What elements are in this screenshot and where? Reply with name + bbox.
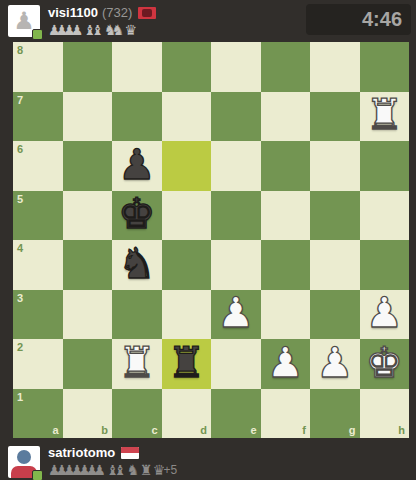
square-g5[interactable]: [310, 191, 360, 241]
top-player-flag-icon: [138, 7, 156, 19]
white-pawn-h3[interactable]: ♟: [365, 292, 403, 334]
square-a8[interactable]: 8: [13, 42, 63, 92]
square-g1[interactable]: g: [310, 389, 360, 439]
captured-queen-group: ♛: [125, 23, 129, 37]
square-e8[interactable]: [211, 42, 261, 92]
square-d7[interactable]: [162, 92, 212, 142]
rank-label-5: 5: [17, 194, 23, 205]
square-g4[interactable]: [310, 240, 360, 290]
square-b4[interactable]: [63, 240, 113, 290]
captured-bishop-group: ♝♝: [84, 23, 96, 37]
white-pawn-f2[interactable]: ♟: [266, 342, 304, 384]
online-badge: [32, 470, 43, 480]
square-d6[interactable]: [162, 141, 212, 191]
square-c8[interactable]: [112, 42, 162, 92]
square-d3[interactable]: [162, 290, 212, 340]
square-g3[interactable]: [310, 290, 360, 340]
square-f5[interactable]: [261, 191, 311, 241]
top-player-rating: (732): [102, 5, 132, 20]
square-d8[interactable]: [162, 42, 212, 92]
bottom-player-bar: satriotomo ♟♟♟♟♟♟♟ ♝♝ ♞ ♜ ♛ +5 ⊖ 0:00: [0, 438, 416, 480]
file-label-h: h: [398, 425, 405, 436]
top-player-avatar[interactable]: ♟: [8, 5, 40, 37]
rank-label-1: 1: [17, 392, 23, 403]
square-b3[interactable]: [63, 290, 113, 340]
rank-label-7: 7: [17, 95, 23, 106]
square-f3[interactable]: [261, 290, 311, 340]
square-e7[interactable]: [211, 92, 261, 142]
white-pawn-g2[interactable]: ♟: [316, 342, 354, 384]
square-d4[interactable]: [162, 240, 212, 290]
square-a1[interactable]: 1a: [13, 389, 63, 439]
top-clock: 4:46: [306, 4, 411, 35]
square-a4[interactable]: 4: [13, 240, 63, 290]
black-king-c5[interactable]: ♚: [118, 193, 156, 235]
rank-label-8: 8: [17, 45, 23, 56]
square-b5[interactable]: [63, 191, 113, 241]
square-e5[interactable]: [211, 191, 261, 241]
top-player-name[interactable]: visi1100: [48, 5, 98, 20]
square-b8[interactable]: [63, 42, 113, 92]
square-f6[interactable]: [261, 141, 311, 191]
square-e6[interactable]: [211, 141, 261, 191]
bottom-captured-pieces: ♟♟♟♟♟♟♟ ♝♝ ♞ ♜ ♛ +5: [48, 462, 177, 477]
square-h8[interactable]: [360, 42, 410, 92]
square-f4[interactable]: [261, 240, 311, 290]
square-b1[interactable]: b: [63, 389, 113, 439]
file-label-e: e: [250, 425, 256, 436]
square-a3[interactable]: 3: [13, 290, 63, 340]
square-c4[interactable]: ♞: [112, 240, 162, 290]
top-clock-time: 4:46: [362, 8, 411, 31]
captured-pawn-group: ♟♟♟♟: [48, 23, 75, 37]
square-h5[interactable]: [360, 191, 410, 241]
rank-label-3: 3: [17, 293, 23, 304]
square-d1[interactable]: d: [162, 389, 212, 439]
square-f7[interactable]: [261, 92, 311, 142]
top-captured-pieces: ♟♟♟♟ ♝♝ ♞♞ ♛: [48, 22, 156, 37]
white-rook-h7[interactable]: ♜: [365, 94, 403, 136]
square-a2[interactable]: 2: [13, 339, 63, 389]
square-b6[interactable]: [63, 141, 113, 191]
bottom-player-avatar[interactable]: [8, 446, 40, 478]
black-knight-c4[interactable]: ♞: [118, 243, 156, 285]
file-label-c: c: [151, 425, 157, 436]
square-h2[interactable]: ♚: [360, 339, 410, 389]
top-player-bar: ♟ visi1100 (732) ♟♟♟♟ ♝♝ ♞♞ ♛ 4:46: [0, 0, 416, 42]
captured-bishop-group: ♝♝: [106, 463, 118, 477]
square-g2[interactable]: ♟: [310, 339, 360, 389]
file-label-d: d: [200, 425, 207, 436]
square-h7[interactable]: ♜: [360, 92, 410, 142]
square-b7[interactable]: [63, 92, 113, 142]
square-a5[interactable]: 5: [13, 191, 63, 241]
square-f2[interactable]: ♟: [261, 339, 311, 389]
square-d2[interactable]: ♜: [162, 339, 212, 389]
square-b2[interactable]: [63, 339, 113, 389]
square-c5[interactable]: ♚: [112, 191, 162, 241]
rank-label-6: 6: [17, 144, 23, 155]
square-g6[interactable]: [310, 141, 360, 191]
white-rook-c2[interactable]: ♜: [118, 342, 156, 384]
captured-rook-group: ♜: [140, 463, 144, 477]
square-d5[interactable]: [162, 191, 212, 241]
person-avatar-icon: [17, 450, 31, 464]
square-e3[interactable]: ♟: [211, 290, 261, 340]
square-e1[interactable]: e: [211, 389, 261, 439]
file-label-f: f: [302, 425, 306, 436]
captured-queen-group: ♛: [153, 463, 157, 477]
square-h1[interactable]: h: [360, 389, 410, 439]
square-a6[interactable]: 6: [13, 141, 63, 191]
square-h3[interactable]: ♟: [360, 290, 410, 340]
online-badge: [32, 29, 43, 40]
bottom-player-name[interactable]: satriotomo: [48, 445, 115, 460]
square-h6[interactable]: [360, 141, 410, 191]
square-c7[interactable]: [112, 92, 162, 142]
square-g7[interactable]: [310, 92, 360, 142]
square-e4[interactable]: [211, 240, 261, 290]
captured-knight-group: ♞: [127, 463, 131, 477]
material-advantage: +5: [164, 463, 178, 477]
square-f1[interactable]: f: [261, 389, 311, 439]
square-a7[interactable]: 7: [13, 92, 63, 142]
rank-label-2: 2: [17, 342, 23, 353]
white-king-h2[interactable]: ♚: [365, 342, 403, 384]
square-c6[interactable]: ♟: [112, 141, 162, 191]
square-f8[interactable]: [261, 42, 311, 92]
square-h4[interactable]: [360, 240, 410, 290]
square-g8[interactable]: [310, 42, 360, 92]
square-e2[interactable]: [211, 339, 261, 389]
black-pawn-c6[interactable]: ♟: [118, 144, 156, 186]
square-c1[interactable]: c: [112, 389, 162, 439]
file-label-b: b: [101, 425, 108, 436]
black-rook-d2[interactable]: ♜: [167, 342, 205, 384]
file-label-a: a: [52, 425, 58, 436]
bottom-player-flag-icon: [121, 447, 139, 459]
rank-label-4: 4: [17, 243, 23, 254]
square-c2[interactable]: ♜: [112, 339, 162, 389]
chess-board: 87♜6♟5♚4♞3♟♟2♜♜♟♟♚1abcdefgh: [13, 42, 409, 438]
file-label-g: g: [349, 425, 356, 436]
white-pawn-e3[interactable]: ♟: [217, 292, 255, 334]
square-c3[interactable]: [112, 290, 162, 340]
captured-knight-group: ♞♞: [104, 23, 116, 37]
captured-pawn-group: ♟♟♟♟♟♟♟: [48, 463, 97, 477]
